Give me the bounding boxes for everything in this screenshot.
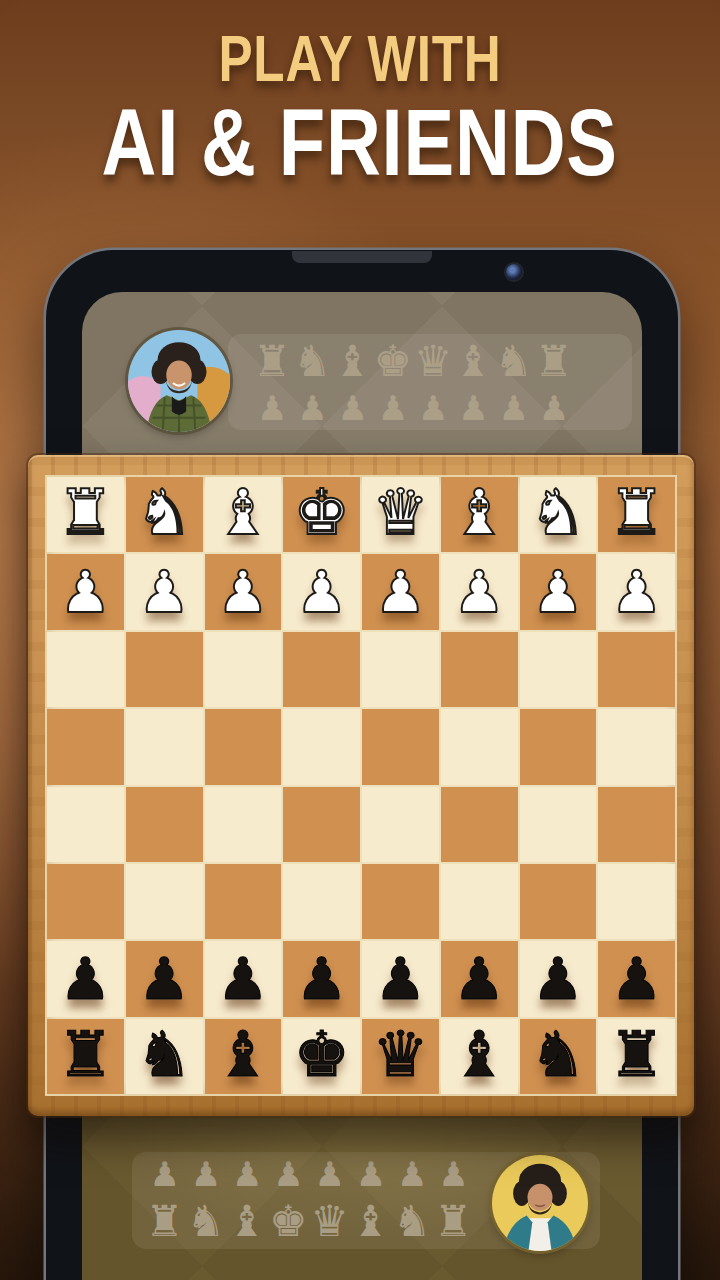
black-pawn[interactable]: ♟ (453, 950, 505, 1008)
square[interactable]: ♟ (441, 941, 518, 1016)
square[interactable]: ♜ (47, 477, 124, 552)
square[interactable]: ♟ (47, 941, 124, 1016)
square[interactable]: ♜ (598, 477, 675, 552)
tray-pawn-silhouette: ♟ (309, 1152, 350, 1196)
square[interactable]: ♟ (47, 554, 124, 629)
white-pawn[interactable]: ♟ (138, 563, 190, 621)
tray-bishop-silhouette: ♝ (333, 334, 373, 388)
tray-pawn-silhouette: ♟ (252, 388, 292, 428)
black-pawn[interactable]: ♟ (59, 950, 111, 1008)
square[interactable] (598, 787, 675, 862)
phone-speaker-notch (292, 251, 432, 263)
square[interactable] (520, 787, 597, 862)
tray-queen-silhouette: ♛ (413, 334, 453, 388)
promo-title-line1: PLAY WITH (218, 26, 501, 93)
square[interactable] (441, 787, 518, 862)
tray-rook-silhouette: ♜ (534, 334, 574, 388)
tray-pawn-silhouette: ♟ (494, 388, 534, 428)
tray-pawn-silhouette: ♟ (392, 1152, 433, 1196)
tray-knight-silhouette: ♞ (392, 1196, 433, 1247)
white-pawn[interactable]: ♟ (296, 563, 348, 621)
white-pawn[interactable]: ♟ (374, 563, 426, 621)
tray-knight-silhouette: ♞ (185, 1196, 226, 1247)
square[interactable] (441, 864, 518, 939)
square[interactable] (47, 709, 124, 784)
black-pawn[interactable]: ♟ (217, 950, 269, 1008)
square[interactable] (205, 787, 282, 862)
tray-king-silhouette: ♚ (373, 334, 413, 388)
square[interactable]: ♛ (362, 477, 439, 552)
square[interactable] (205, 864, 282, 939)
square[interactable] (598, 632, 675, 707)
opponent-avatar-illustration (128, 330, 230, 432)
black-bishop[interactable]: ♝ (215, 1023, 271, 1086)
tray-pawn-silhouette: ♟ (268, 1152, 309, 1196)
white-pawn[interactable]: ♟ (59, 563, 111, 621)
white-king[interactable]: ♚ (293, 481, 349, 544)
square[interactable]: ♟ (362, 554, 439, 629)
opponent-piece-tray: ♜♞♝♚♛♝♞♜♟♟♟♟♟♟♟♟ (228, 334, 632, 430)
front-camera-icon (506, 264, 522, 280)
tray-pawn-silhouette: ♟ (144, 1152, 185, 1196)
square[interactable] (283, 864, 360, 939)
tray-bishop-silhouette: ♝ (453, 334, 493, 388)
white-rook[interactable]: ♜ (57, 481, 113, 544)
tray-knight-silhouette: ♞ (494, 334, 534, 388)
square[interactable] (520, 709, 597, 784)
tray-pawn-silhouette: ♟ (333, 388, 373, 428)
square[interactable]: ♝ (205, 1019, 282, 1094)
square[interactable]: ♜ (598, 1019, 675, 1094)
black-pawn[interactable]: ♟ (296, 950, 348, 1008)
square[interactable] (283, 709, 360, 784)
square[interactable]: ♟ (126, 941, 203, 1016)
white-pawn[interactable]: ♟ (532, 563, 584, 621)
square[interactable]: ♟ (362, 941, 439, 1016)
black-pawn[interactable]: ♟ (611, 950, 663, 1008)
tray-king-silhouette: ♚ (268, 1196, 309, 1247)
square[interactable]: ♞ (520, 1019, 597, 1094)
square[interactable] (441, 709, 518, 784)
square[interactable] (598, 864, 675, 939)
tray-pawn-silhouette: ♟ (373, 388, 413, 428)
square[interactable]: ♝ (205, 477, 282, 552)
square[interactable]: ♟ (520, 554, 597, 629)
tray-queen-silhouette: ♛ (309, 1196, 350, 1247)
square[interactable]: ♝ (441, 477, 518, 552)
square[interactable]: ♞ (126, 1019, 203, 1094)
tray-pawn-silhouette: ♟ (534, 388, 574, 428)
square[interactable] (205, 632, 282, 707)
black-pawn[interactable]: ♟ (138, 950, 190, 1008)
square[interactable] (283, 787, 360, 862)
tray-pawn-silhouette: ♟ (185, 1152, 226, 1196)
white-rook[interactable]: ♜ (608, 481, 664, 544)
promo-title-line2: AI & FRIENDS (102, 95, 618, 190)
square[interactable]: ♚ (283, 477, 360, 552)
player-avatar[interactable] (492, 1155, 588, 1251)
white-knight[interactable]: ♞ (530, 481, 586, 544)
square[interactable] (362, 632, 439, 707)
square[interactable] (47, 787, 124, 862)
square[interactable]: ♟ (205, 941, 282, 1016)
square[interactable]: ♞ (126, 477, 203, 552)
square[interactable]: ♟ (283, 554, 360, 629)
tray-bishop-silhouette: ♝ (227, 1196, 268, 1247)
square[interactable]: ♟ (441, 554, 518, 629)
tray-pawn-silhouette: ♟ (227, 1152, 268, 1196)
square[interactable]: ♞ (520, 477, 597, 552)
square[interactable] (520, 864, 597, 939)
tray-pawn-silhouette: ♟ (350, 1152, 391, 1196)
tray-pawn-silhouette: ♟ (292, 388, 332, 428)
square[interactable]: ♟ (598, 941, 675, 1016)
white-bishop[interactable]: ♝ (215, 481, 271, 544)
tray-pawn-silhouette: ♟ (453, 388, 493, 428)
white-queen[interactable]: ♛ (372, 481, 428, 544)
black-bishop[interactable]: ♝ (451, 1023, 507, 1086)
white-pawn[interactable]: ♟ (453, 563, 505, 621)
square[interactable] (362, 787, 439, 862)
black-rook[interactable]: ♜ (608, 1023, 664, 1086)
black-queen[interactable]: ♛ (372, 1023, 428, 1086)
square[interactable]: ♟ (283, 941, 360, 1016)
square[interactable]: ♟ (520, 941, 597, 1016)
white-bishop[interactable]: ♝ (451, 481, 507, 544)
square[interactable] (362, 864, 439, 939)
white-pawn[interactable]: ♟ (611, 563, 663, 621)
square[interactable] (47, 864, 124, 939)
black-knight[interactable]: ♞ (530, 1023, 586, 1086)
square[interactable] (126, 787, 203, 862)
tray-bishop-silhouette: ♝ (350, 1196, 391, 1247)
square[interactable] (126, 864, 203, 939)
square[interactable]: ♛ (362, 1019, 439, 1094)
square[interactable] (126, 632, 203, 707)
square[interactable] (441, 632, 518, 707)
opponent-avatar[interactable] (128, 330, 230, 432)
square[interactable] (520, 632, 597, 707)
tray-pawn-silhouette: ♟ (413, 388, 453, 428)
player-avatar-illustration (492, 1155, 588, 1251)
black-pawn[interactable]: ♟ (532, 950, 584, 1008)
black-knight[interactable]: ♞ (136, 1023, 192, 1086)
square[interactable]: ♟ (126, 554, 203, 629)
square[interactable] (205, 709, 282, 784)
black-pawn[interactable]: ♟ (374, 950, 426, 1008)
square[interactable]: ♝ (441, 1019, 518, 1094)
tray-knight-silhouette: ♞ (292, 334, 332, 388)
chess-board: ♜♞♝♚♛♝♞♜♟♟♟♟♟♟♟♟♟♟♟♟♟♟♟♟♜♞♝♚♛♝♞♜ (28, 455, 694, 1116)
tray-rook-silhouette: ♜ (252, 334, 292, 388)
square[interactable]: ♜ (47, 1019, 124, 1094)
tray-rook-silhouette: ♜ (433, 1196, 474, 1247)
white-knight[interactable]: ♞ (136, 481, 192, 544)
square[interactable]: ♚ (283, 1019, 360, 1094)
black-king[interactable]: ♚ (293, 1023, 349, 1086)
promo-title: PLAY WITH AI & FRIENDS (0, 26, 720, 190)
white-pawn[interactable]: ♟ (217, 563, 269, 621)
black-rook[interactable]: ♜ (57, 1023, 113, 1086)
square[interactable] (598, 709, 675, 784)
square[interactable] (283, 632, 360, 707)
square[interactable]: ♟ (598, 554, 675, 629)
tray-rook-silhouette: ♜ (144, 1196, 185, 1247)
square[interactable] (47, 632, 124, 707)
square[interactable] (362, 709, 439, 784)
square[interactable] (126, 709, 203, 784)
tray-pawn-silhouette: ♟ (433, 1152, 474, 1196)
square[interactable]: ♟ (205, 554, 282, 629)
